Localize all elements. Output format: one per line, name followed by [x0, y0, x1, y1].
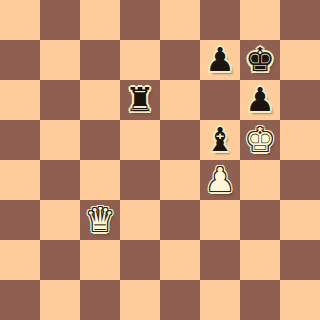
square-g8[interactable] — [240, 0, 280, 40]
square-b5[interactable] — [40, 120, 80, 160]
square-b6[interactable] — [40, 80, 80, 120]
square-f4[interactable]: ♟ — [200, 160, 240, 200]
square-d3[interactable] — [120, 200, 160, 240]
square-a6[interactable] — [0, 80, 40, 120]
square-c2[interactable] — [80, 240, 120, 280]
square-f2[interactable] — [200, 240, 240, 280]
square-g4[interactable] — [240, 160, 280, 200]
piece-white-pawn[interactable]: ♟ — [200, 160, 240, 200]
square-d6[interactable]: ♜ — [120, 80, 160, 120]
square-f6[interactable] — [200, 80, 240, 120]
square-a8[interactable] — [0, 0, 40, 40]
square-c3[interactable]: ♛ — [80, 200, 120, 240]
square-e1[interactable] — [160, 280, 200, 320]
square-a1[interactable] — [0, 280, 40, 320]
square-b2[interactable] — [40, 240, 80, 280]
piece-black-pawn[interactable]: ♟ — [240, 80, 280, 120]
square-g5[interactable]: ♚ — [240, 120, 280, 160]
square-h3[interactable] — [280, 200, 320, 240]
square-d4[interactable] — [120, 160, 160, 200]
square-c5[interactable] — [80, 120, 120, 160]
square-e4[interactable] — [160, 160, 200, 200]
square-a4[interactable] — [0, 160, 40, 200]
square-h7[interactable] — [280, 40, 320, 80]
square-e8[interactable] — [160, 0, 200, 40]
square-e2[interactable] — [160, 240, 200, 280]
square-g7[interactable]: ♚ — [240, 40, 280, 80]
piece-black-rook[interactable]: ♜ — [120, 80, 160, 120]
square-c1[interactable] — [80, 280, 120, 320]
piece-black-pawn[interactable]: ♟ — [200, 40, 240, 80]
square-h4[interactable] — [280, 160, 320, 200]
square-f5[interactable]: ♝ — [200, 120, 240, 160]
piece-white-queen[interactable]: ♛ — [80, 200, 120, 240]
square-f8[interactable] — [200, 0, 240, 40]
square-d5[interactable] — [120, 120, 160, 160]
piece-white-king[interactable]: ♚ — [240, 120, 280, 160]
square-f3[interactable] — [200, 200, 240, 240]
chessboard: ♟♚♜♟♝♚♟♛ — [0, 0, 320, 320]
square-d2[interactable] — [120, 240, 160, 280]
square-b3[interactable] — [40, 200, 80, 240]
square-c6[interactable] — [80, 80, 120, 120]
square-e3[interactable] — [160, 200, 200, 240]
square-e6[interactable] — [160, 80, 200, 120]
square-e5[interactable] — [160, 120, 200, 160]
square-g3[interactable] — [240, 200, 280, 240]
square-h8[interactable] — [280, 0, 320, 40]
square-g6[interactable]: ♟ — [240, 80, 280, 120]
chessboard-container: ♟♚♜♟♝♚♟♛ — [0, 0, 320, 320]
square-a7[interactable] — [0, 40, 40, 80]
square-d1[interactable] — [120, 280, 160, 320]
square-f1[interactable] — [200, 280, 240, 320]
square-d7[interactable] — [120, 40, 160, 80]
square-b7[interactable] — [40, 40, 80, 80]
square-c7[interactable] — [80, 40, 120, 80]
square-g1[interactable] — [240, 280, 280, 320]
square-a2[interactable] — [0, 240, 40, 280]
square-a3[interactable] — [0, 200, 40, 240]
piece-black-king[interactable]: ♚ — [240, 40, 280, 80]
square-b8[interactable] — [40, 0, 80, 40]
square-h6[interactable] — [280, 80, 320, 120]
piece-black-bishop[interactable]: ♝ — [200, 120, 240, 160]
square-b4[interactable] — [40, 160, 80, 200]
square-h5[interactable] — [280, 120, 320, 160]
square-c4[interactable] — [80, 160, 120, 200]
square-a5[interactable] — [0, 120, 40, 160]
square-h1[interactable] — [280, 280, 320, 320]
square-c8[interactable] — [80, 0, 120, 40]
square-h2[interactable] — [280, 240, 320, 280]
square-f7[interactable]: ♟ — [200, 40, 240, 80]
square-e7[interactable] — [160, 40, 200, 80]
square-g2[interactable] — [240, 240, 280, 280]
square-d8[interactable] — [120, 0, 160, 40]
square-b1[interactable] — [40, 280, 80, 320]
